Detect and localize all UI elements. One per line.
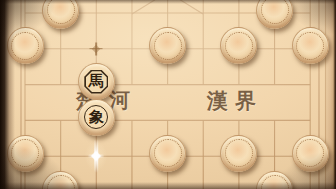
xiangqi-screen: 楚河 漢界 馬象 <box>0 0 336 189</box>
piece-hidden-bottom-pawn-5[interactable] <box>149 135 186 172</box>
piece-char: 象 <box>89 110 104 125</box>
piece-revealed-elephant[interactable]: 象 <box>78 99 115 136</box>
piece-carved-rim <box>154 139 182 167</box>
piece-hidden-bottom-pawn-1[interactable] <box>7 135 44 172</box>
river-label-hanjie: 漢界 <box>207 87 263 115</box>
piece-carved-rim <box>47 175 75 189</box>
piece-carved-rim <box>261 175 289 189</box>
piece-char: 馬 <box>89 74 104 89</box>
piece-carved-rim <box>296 32 324 60</box>
piece-carved-rim <box>47 0 75 24</box>
piece-hidden-bottom-pawn-9[interactable] <box>292 135 329 172</box>
piece-carved-rim <box>11 32 39 60</box>
piece-carved-rim <box>11 139 39 167</box>
piece-hidden-top-pawn-9[interactable] <box>292 27 329 64</box>
piece-carved-rim <box>154 32 182 60</box>
piece-hidden-top-pawn-1[interactable] <box>7 27 44 64</box>
piece-carved-rim <box>225 32 253 60</box>
piece-revealed-horse[interactable]: 馬 <box>78 63 115 100</box>
piece-carved-rim <box>261 0 289 24</box>
piece-carved-rim <box>296 139 324 167</box>
xiangqi-board[interactable]: 楚河 漢界 馬象 <box>0 0 336 189</box>
piece-carved-rim <box>225 139 253 167</box>
piece-hidden-bottom-pawn-7[interactable] <box>220 135 257 172</box>
